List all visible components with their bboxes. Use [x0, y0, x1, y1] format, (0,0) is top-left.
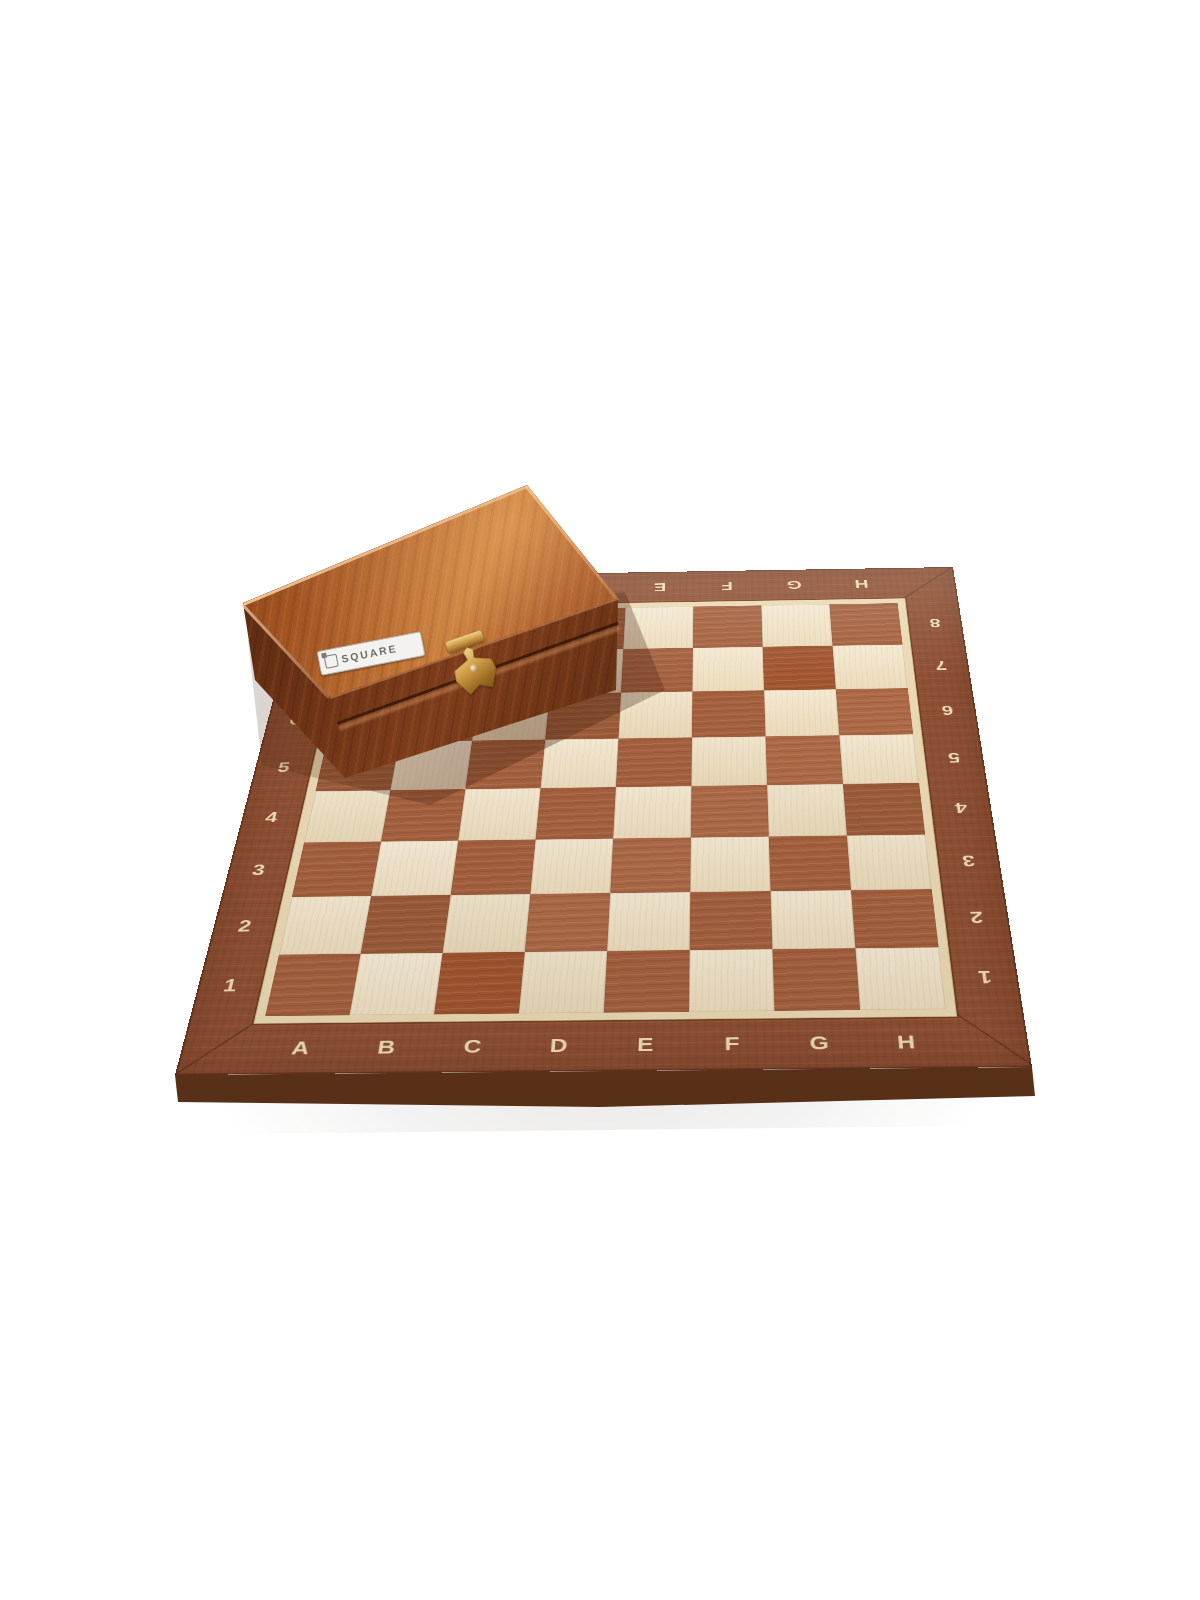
frame-mitre-joint: [175, 1022, 255, 1074]
square-d2: [525, 893, 610, 952]
square-g8: [761, 604, 832, 646]
coordinate-label: E: [626, 571, 694, 602]
coordinate-label: H: [861, 1017, 953, 1069]
square-e2: [607, 892, 690, 951]
square-f7: [692, 647, 764, 692]
square-f2: [690, 891, 773, 950]
coordinate-label: 4: [928, 782, 995, 834]
coordinate-label: H: [827, 568, 897, 599]
square-h6: [836, 688, 913, 735]
square-a1: [265, 954, 360, 1016]
coordinate-label: 7: [911, 644, 972, 688]
square-d3: [530, 839, 613, 894]
square-b2: [361, 895, 451, 954]
square-f6: [692, 690, 766, 737]
coordinate-label: G: [760, 569, 829, 600]
coordinate-label: B: [339, 1022, 433, 1073]
product-photo-scene: ABCDEFGH ABCDEFGH 87654321 87654321 SQUA…: [0, 0, 1200, 1600]
clasp-plate: [445, 630, 485, 654]
coordinate-label: A: [252, 1023, 348, 1074]
square-c4: [458, 788, 540, 840]
coordinate-label: G: [775, 1018, 865, 1070]
files-bottom: ABCDEFGH: [252, 1017, 953, 1074]
square-h1: [855, 947, 946, 1010]
square-h8: [829, 603, 902, 646]
square-f4: [691, 785, 769, 838]
square-e3: [610, 838, 691, 894]
brand-name: SQUARE: [341, 643, 399, 664]
square-a4: [304, 790, 390, 842]
square-d4: [536, 787, 616, 839]
square-c1: [434, 952, 525, 1014]
square-g7: [763, 646, 836, 691]
square-g6: [764, 689, 839, 736]
coordinate-label: 6: [916, 687, 979, 734]
square-b3: [371, 841, 458, 896]
square-g3: [769, 836, 851, 892]
square-h5: [839, 734, 919, 784]
coordinate-label: 3: [935, 834, 1004, 889]
coordinate-label: 8: [906, 602, 965, 644]
square-h2: [851, 889, 939, 948]
square-g4: [767, 784, 847, 837]
square-h3: [847, 835, 932, 891]
coordinate-label: F: [693, 570, 761, 601]
square-f3: [690, 837, 770, 893]
square-c3: [451, 840, 536, 895]
square-f1: [689, 949, 774, 1012]
chess-pieces-box: SQUARE: [230, 460, 630, 790]
frame-mitre-joint: [957, 1014, 1032, 1066]
square-e1: [604, 950, 690, 1013]
coordinate-label: E: [601, 1019, 689, 1071]
coordinate-label: C: [426, 1021, 518, 1073]
coordinate-label: D: [513, 1020, 603, 1072]
square-f5: [691, 736, 767, 786]
square-e4: [613, 786, 691, 838]
coordinate-label: F: [688, 1019, 776, 1071]
square-g1: [772, 948, 860, 1011]
square-f8: [693, 605, 763, 647]
square-b1: [350, 953, 443, 1015]
square-a3: [292, 842, 381, 897]
square-g2: [771, 890, 856, 949]
square-d1: [519, 951, 607, 1014]
square-g5: [766, 735, 843, 785]
coordinate-label: 2: [941, 888, 1013, 947]
square-h4: [843, 783, 925, 836]
square-a2: [279, 896, 371, 955]
square-h7: [833, 645, 908, 690]
coordinate-label: 1: [949, 946, 1023, 1009]
coordinate-label: 5: [922, 733, 987, 783]
square-logo-icon: [324, 654, 339, 669]
square-c2: [443, 894, 531, 953]
frame-mitre-joint: [904, 567, 953, 598]
